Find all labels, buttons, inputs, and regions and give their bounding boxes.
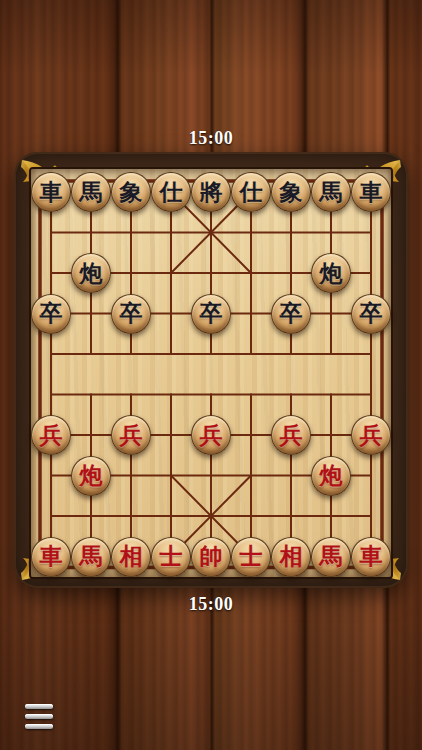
app-screen: 15:00 bbox=[0, 0, 422, 750]
board-intersection[interactable]: 馬 bbox=[71, 536, 111, 577]
board-intersection[interactable] bbox=[231, 455, 271, 496]
piece-black[interactable]: 仕 bbox=[231, 172, 271, 212]
board-intersection[interactable]: 象 bbox=[271, 172, 311, 213]
board-intersection[interactable] bbox=[191, 455, 231, 496]
board-intersection[interactable] bbox=[271, 496, 311, 537]
board-intersection[interactable] bbox=[111, 212, 151, 253]
piece-red[interactable]: 相 bbox=[271, 537, 311, 577]
board-intersection[interactable]: 兵 bbox=[111, 415, 151, 456]
piece-black[interactable]: 象 bbox=[271, 172, 311, 212]
board-intersection[interactable]: 兵 bbox=[271, 415, 311, 456]
board-intersection[interactable]: 士 bbox=[151, 536, 191, 577]
board-intersection[interactable]: 馬 bbox=[71, 172, 111, 213]
board-intersection[interactable] bbox=[311, 496, 351, 537]
board-intersection[interactable] bbox=[71, 212, 111, 253]
board-grid[interactable]: 車馬象仕將仕象馬車炮炮卒卒卒卒卒兵兵兵兵兵炮炮車馬相士帥士相馬車 bbox=[31, 172, 391, 577]
board-intersection[interactable]: 車 bbox=[351, 172, 391, 213]
board-intersection[interactable]: 車 bbox=[31, 172, 71, 213]
board-intersection[interactable]: 相 bbox=[271, 536, 311, 577]
piece-red[interactable]: 兵 bbox=[31, 415, 71, 455]
piece-black[interactable]: 車 bbox=[351, 172, 391, 212]
board-intersection[interactable] bbox=[71, 374, 111, 415]
piece-black[interactable]: 象 bbox=[111, 172, 151, 212]
board-intersection[interactable] bbox=[71, 496, 111, 537]
piece-red[interactable]: 帥 bbox=[191, 537, 231, 577]
board-intersection[interactable] bbox=[31, 496, 71, 537]
board-intersection[interactable] bbox=[311, 334, 351, 375]
board-intersection[interactable]: 車 bbox=[351, 536, 391, 577]
board-intersection[interactable] bbox=[71, 293, 111, 334]
piece-red[interactable]: 馬 bbox=[311, 537, 351, 577]
board-intersection[interactable] bbox=[151, 253, 191, 294]
board-intersection[interactable] bbox=[31, 374, 71, 415]
piece-red[interactable]: 兵 bbox=[111, 415, 151, 455]
board-intersection[interactable] bbox=[111, 496, 151, 537]
board-intersection[interactable] bbox=[231, 334, 271, 375]
board-intersection[interactable] bbox=[231, 415, 271, 456]
board-surface: 車馬象仕將仕象馬車炮炮卒卒卒卒卒兵兵兵兵兵炮炮車馬相士帥士相馬車 bbox=[29, 167, 393, 579]
bottom-player-clock: 15:00 bbox=[0, 594, 422, 615]
board-intersection[interactable] bbox=[71, 415, 111, 456]
board-intersection[interactable] bbox=[191, 253, 231, 294]
board-intersection[interactable] bbox=[191, 374, 231, 415]
board-intersection[interactable]: 炮 bbox=[311, 253, 351, 294]
piece-red[interactable]: 炮 bbox=[71, 456, 111, 496]
board-intersection[interactable]: 仕 bbox=[151, 172, 191, 213]
hamburger-menu-icon bbox=[25, 704, 53, 709]
piece-black[interactable]: 炮 bbox=[71, 253, 111, 293]
piece-black[interactable]: 將 bbox=[191, 172, 231, 212]
piece-black[interactable]: 卒 bbox=[351, 294, 391, 334]
board-intersection[interactable] bbox=[271, 374, 311, 415]
board-intersection[interactable] bbox=[311, 293, 351, 334]
board-intersection[interactable] bbox=[231, 212, 271, 253]
board-intersection[interactable] bbox=[351, 374, 391, 415]
board-intersection[interactable] bbox=[311, 212, 351, 253]
piece-red[interactable]: 士 bbox=[151, 537, 191, 577]
piece-black[interactable]: 馬 bbox=[71, 172, 111, 212]
piece-black[interactable]: 仕 bbox=[151, 172, 191, 212]
board-intersection[interactable] bbox=[111, 253, 151, 294]
board-intersection[interactable] bbox=[31, 212, 71, 253]
board-intersection[interactable]: 兵 bbox=[191, 415, 231, 456]
board-intersection[interactable]: 仕 bbox=[231, 172, 271, 213]
board-intersection[interactable] bbox=[151, 374, 191, 415]
board-intersection[interactable] bbox=[191, 334, 231, 375]
board-intersection[interactable] bbox=[191, 212, 231, 253]
board-intersection[interactable] bbox=[31, 334, 71, 375]
board-intersection[interactable]: 炮 bbox=[71, 253, 111, 294]
board-intersection[interactable] bbox=[151, 334, 191, 375]
board-intersection[interactable] bbox=[111, 374, 151, 415]
board-intersection[interactable] bbox=[31, 455, 71, 496]
board-intersection[interactable]: 兵 bbox=[351, 415, 391, 456]
board-intersection[interactable]: 卒 bbox=[111, 293, 151, 334]
hamburger-menu-icon bbox=[25, 724, 53, 729]
board-intersection[interactable] bbox=[231, 374, 271, 415]
top-player-clock: 15:00 bbox=[0, 128, 422, 149]
board-intersection[interactable]: 兵 bbox=[31, 415, 71, 456]
piece-black[interactable]: 卒 bbox=[111, 294, 151, 334]
piece-black[interactable]: 卒 bbox=[191, 294, 231, 334]
board-intersection[interactable] bbox=[151, 496, 191, 537]
piece-black[interactable]: 炮 bbox=[311, 253, 351, 293]
board-intersection[interactable] bbox=[231, 293, 271, 334]
board-intersection[interactable] bbox=[151, 293, 191, 334]
board-intersection[interactable] bbox=[311, 374, 351, 415]
board-intersection[interactable]: 卒 bbox=[31, 293, 71, 334]
board-intersection[interactable]: 卒 bbox=[271, 293, 311, 334]
hamburger-menu-button[interactable] bbox=[25, 704, 53, 733]
board-intersection[interactable] bbox=[351, 253, 391, 294]
board-intersection[interactable] bbox=[271, 212, 311, 253]
piece-black[interactable]: 卒 bbox=[31, 294, 71, 334]
board-intersection[interactable] bbox=[351, 496, 391, 537]
board-intersection[interactable] bbox=[271, 334, 311, 375]
board-intersection[interactable] bbox=[271, 455, 311, 496]
board-intersection[interactable]: 馬 bbox=[311, 172, 351, 213]
board-intersection[interactable] bbox=[351, 212, 391, 253]
piece-red[interactable]: 相 bbox=[111, 537, 151, 577]
board-intersection[interactable]: 車 bbox=[31, 536, 71, 577]
board-intersection[interactable] bbox=[151, 212, 191, 253]
board-intersection[interactable] bbox=[311, 415, 351, 456]
board-intersection[interactable] bbox=[191, 496, 231, 537]
piece-red[interactable]: 兵 bbox=[271, 415, 311, 455]
piece-red[interactable]: 兵 bbox=[191, 415, 231, 455]
piece-red[interactable]: 車 bbox=[31, 537, 71, 577]
board-intersection[interactable]: 炮 bbox=[71, 455, 111, 496]
board-intersection[interactable] bbox=[71, 334, 111, 375]
board-frame: 車馬象仕將仕象馬車炮炮卒卒卒卒卒兵兵兵兵兵炮炮車馬相士帥士相馬車 bbox=[14, 152, 408, 588]
board-intersection[interactable]: 相 bbox=[111, 536, 151, 577]
board-intersection[interactable] bbox=[111, 334, 151, 375]
board-intersection[interactable] bbox=[151, 455, 191, 496]
piece-black[interactable]: 馬 bbox=[311, 172, 351, 212]
board-intersection[interactable] bbox=[351, 455, 391, 496]
board-intersection[interactable] bbox=[31, 253, 71, 294]
piece-red[interactable]: 馬 bbox=[71, 537, 111, 577]
board-intersection[interactable]: 卒 bbox=[351, 293, 391, 334]
piece-black[interactable]: 車 bbox=[31, 172, 71, 212]
board-intersection[interactable] bbox=[231, 253, 271, 294]
piece-red[interactable]: 車 bbox=[351, 537, 391, 577]
board-intersection[interactable]: 士 bbox=[231, 536, 271, 577]
board-intersection[interactable] bbox=[271, 253, 311, 294]
hamburger-menu-icon bbox=[25, 714, 53, 719]
board-intersection[interactable] bbox=[151, 415, 191, 456]
board-intersection[interactable]: 炮 bbox=[311, 455, 351, 496]
board-intersection[interactable]: 象 bbox=[111, 172, 151, 213]
piece-red[interactable]: 兵 bbox=[351, 415, 391, 455]
board-intersection[interactable] bbox=[231, 496, 271, 537]
piece-red[interactable]: 士 bbox=[231, 537, 271, 577]
board-intersection[interactable] bbox=[111, 455, 151, 496]
piece-black[interactable]: 卒 bbox=[271, 294, 311, 334]
board-intersection[interactable]: 將 bbox=[191, 172, 231, 213]
board-intersection[interactable]: 卒 bbox=[191, 293, 231, 334]
board-intersection[interactable]: 馬 bbox=[311, 536, 351, 577]
piece-red[interactable]: 炮 bbox=[311, 456, 351, 496]
board-intersection[interactable] bbox=[351, 334, 391, 375]
board-intersection[interactable]: 帥 bbox=[191, 536, 231, 577]
